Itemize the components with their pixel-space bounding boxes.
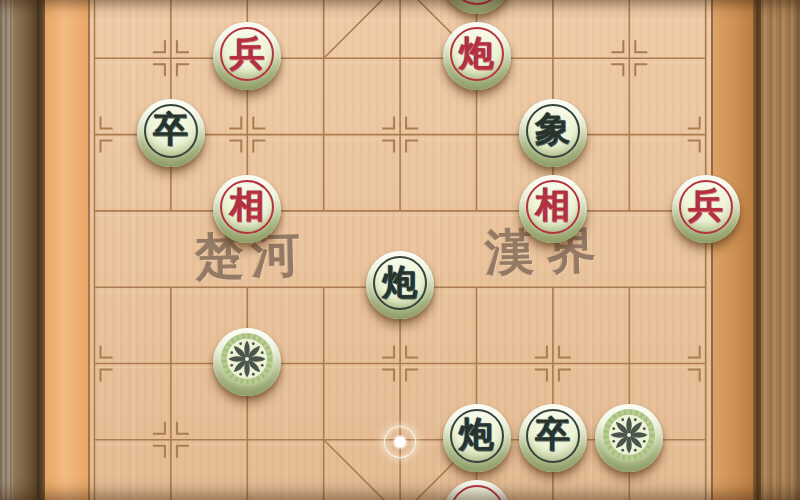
hidden-piece-flower-icon bbox=[602, 408, 656, 462]
piece-red-elephant[interactable]: 相 bbox=[213, 175, 281, 243]
piece-black-cannon[interactable]: 炮 bbox=[366, 251, 434, 319]
hidden-piece-flower-icon bbox=[220, 332, 274, 386]
move-indicator-dot bbox=[384, 426, 416, 458]
xiangqi-board-screen: 楚河 漢界 兵炮卒象相相兵炮炮卒 bbox=[0, 0, 800, 500]
piece-red-soldier[interactable]: 兵 bbox=[213, 22, 281, 90]
piece-glyph: 兵 bbox=[213, 19, 281, 87]
piece-black-cannon[interactable]: 炮 bbox=[443, 404, 511, 472]
piece-glyph: 象 bbox=[519, 96, 587, 164]
piece-black-soldier[interactable]: 卒 bbox=[137, 99, 205, 167]
piece-glyph: 相 bbox=[519, 172, 587, 240]
piece-black-elephant[interactable]: 象 bbox=[519, 99, 587, 167]
piece-black-soldier[interactable]: 卒 bbox=[519, 404, 587, 472]
piece-red-cannon[interactable]: 炮 bbox=[443, 22, 511, 90]
piece-glyph: 相 bbox=[213, 172, 281, 240]
piece-glyph: 卒 bbox=[137, 96, 205, 164]
piece-red-soldier[interactable]: 兵 bbox=[672, 175, 740, 243]
piece-glyph: 炮 bbox=[443, 401, 511, 469]
piece-red-cropped[interactable] bbox=[443, 0, 511, 14]
piece-hidden-facedown[interactable] bbox=[595, 404, 663, 472]
piece-glyph: 兵 bbox=[672, 172, 740, 240]
piece-glyph: 炮 bbox=[366, 248, 434, 316]
piece-red-elephant[interactable]: 相 bbox=[519, 175, 587, 243]
piece-glyph: 炮 bbox=[443, 19, 511, 87]
piece-red-cropped[interactable] bbox=[443, 480, 511, 500]
piece-hidden-facedown[interactable] bbox=[213, 328, 281, 396]
piece-glyph: 卒 bbox=[519, 401, 587, 469]
